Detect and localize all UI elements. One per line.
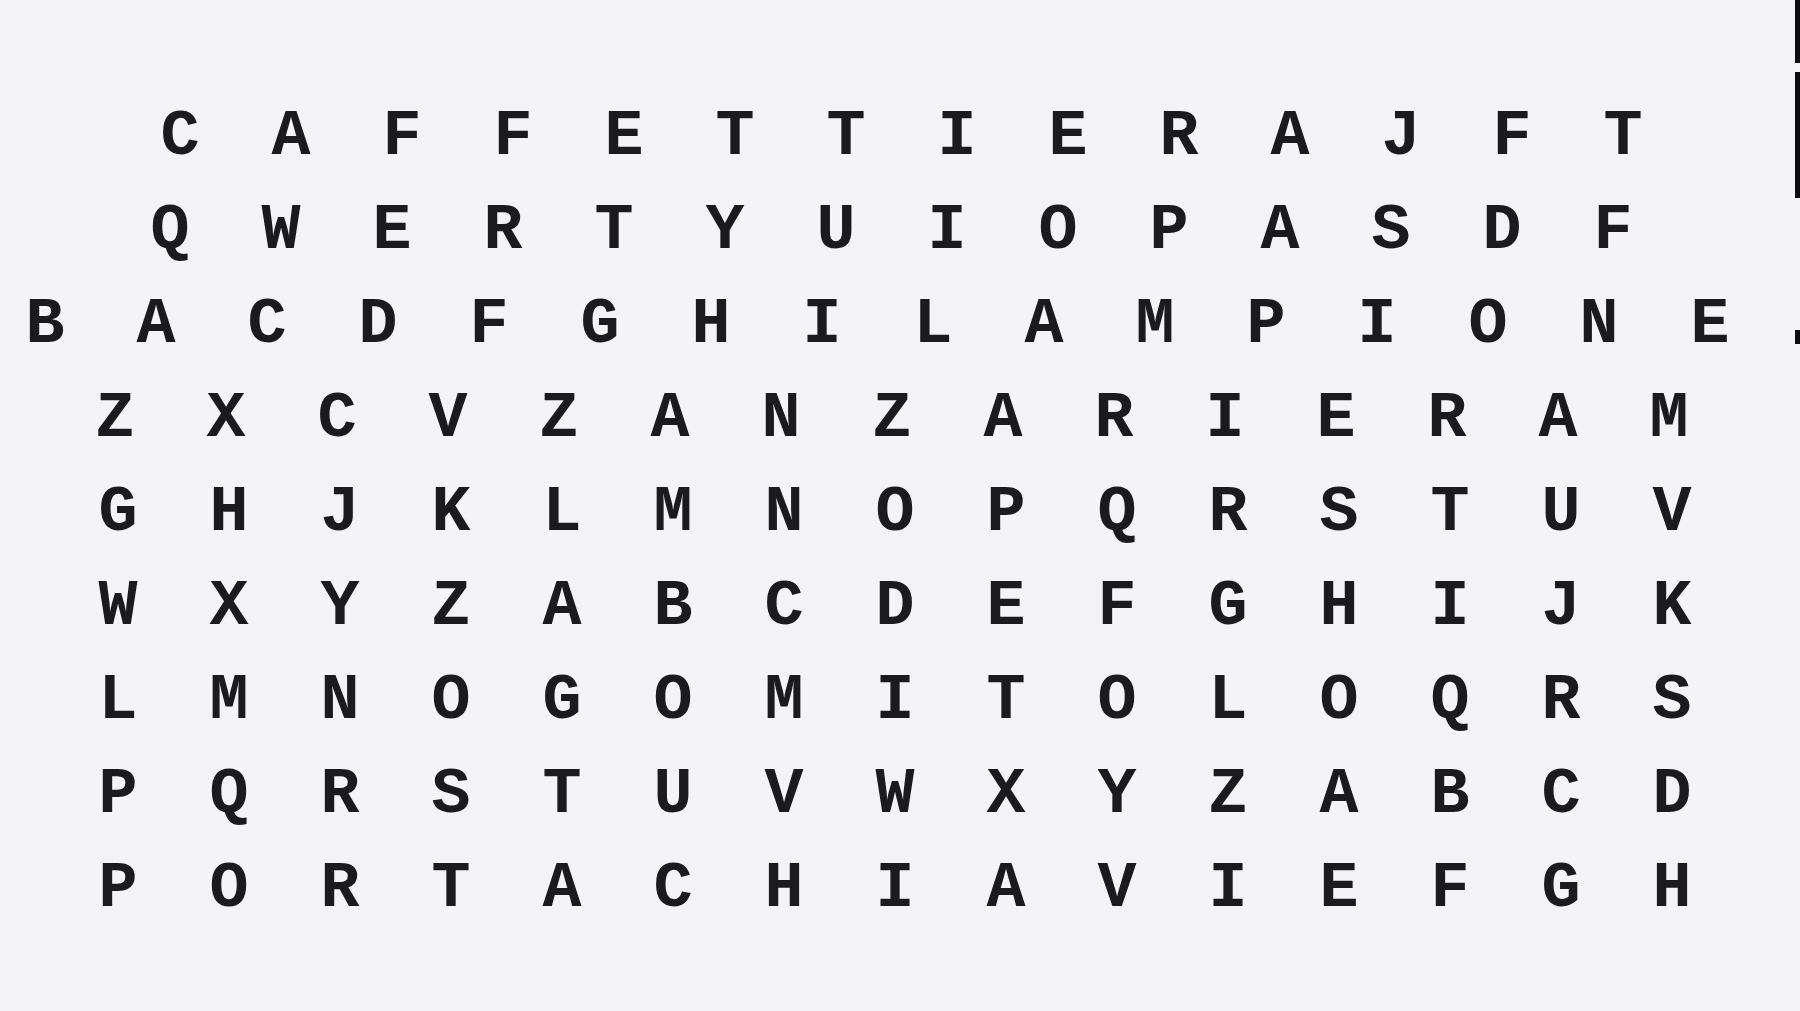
grid-cell[interactable]: Z [396,560,507,654]
grid-cell[interactable]: O [1003,184,1114,278]
grid-cell[interactable]: C [1506,748,1617,842]
grid-cell[interactable]: A [1503,372,1614,466]
vertical-scrollbar[interactable] [1794,0,1800,1011]
grid-cell[interactable]: W [63,560,174,654]
grid-cell[interactable]: I [840,842,951,936]
grid-cell[interactable]: A [236,90,347,184]
grid-cell[interactable]: P [951,466,1062,560]
grid-cell[interactable]: I [767,278,878,372]
grid-cell[interactable]: R [1173,466,1284,560]
grid-cell[interactable]: S [1617,654,1728,748]
grid-cell[interactable]: A [615,372,726,466]
grid-cell[interactable]: L [878,278,989,372]
grid-cell[interactable]: A [989,278,1100,372]
grid-cell[interactable]: O [1284,654,1395,748]
grid-cell[interactable]: O [174,842,285,936]
grid-cell[interactable]: L [63,654,174,748]
grid-cell[interactable]: H [1617,842,1728,936]
grid-cell[interactable]: M [1614,372,1725,466]
grid-cell[interactable]: A [948,372,1059,466]
grid-cell[interactable]: Q [1395,654,1506,748]
grid-cell[interactable]: E [1013,90,1124,184]
grid-cell[interactable]: O [618,654,729,748]
grid-cell[interactable]: C [212,278,323,372]
grid-cell[interactable]: N [726,372,837,466]
grid-cell[interactable]: X [951,748,1062,842]
grid-cell[interactable]: S [1284,466,1395,560]
grid-cell[interactable]: T [507,748,618,842]
grid-cell[interactable]: I [1395,560,1506,654]
grid-cell[interactable]: F [1395,842,1506,936]
grid-row: PQRSTUVWXYZABCD [63,748,1728,842]
grid-cell[interactable]: D [1617,748,1728,842]
scrollbar-thumb[interactable] [1795,72,1800,198]
grid-cell[interactable]: Q [115,184,226,278]
grid-cell[interactable]: B [618,560,729,654]
grid-cell[interactable]: G [545,278,656,372]
grid-cell[interactable]: A [1284,748,1395,842]
grid-cell[interactable]: H [1284,560,1395,654]
grid-cell[interactable]: Y [670,184,781,278]
grid-cell[interactable]: L [1173,654,1284,748]
grid-cell[interactable]: F [1457,90,1568,184]
grid-cell[interactable]: E [569,90,680,184]
grid-cell[interactable]: C [618,842,729,936]
grid-cell[interactable]: Y [1062,748,1173,842]
grid-cell[interactable]: V [393,372,504,466]
grid-cell[interactable]: W [840,748,951,842]
grid-cell[interactable]: D [840,560,951,654]
grid-cell[interactable]: O [1433,278,1544,372]
grid-cell[interactable]: Z [60,372,171,466]
grid-row: LMNOGOMITOLOQRS [63,654,1728,748]
grid-cell[interactable]: F [1558,184,1669,278]
grid-cell[interactable]: S [396,748,507,842]
grid-cell[interactable]: I [840,654,951,748]
grid-cell[interactable]: P [63,842,174,936]
grid-cell[interactable]: X [171,372,282,466]
grid-cell[interactable]: T [559,184,670,278]
grid-cell[interactable]: G [63,466,174,560]
grid-cell[interactable]: C [125,90,236,184]
grid-row: WXYZABCDEFGHIJK [63,560,1728,654]
grid-row: QWERTYUIOPASDF [115,184,1669,278]
grid-cell[interactable]: G [1173,560,1284,654]
grid-cell[interactable]: V [1062,842,1173,936]
grid-cell[interactable]: I [892,184,1003,278]
grid-cell[interactable]: E [1655,278,1766,372]
grid-cell[interactable]: D [1447,184,1558,278]
grid-cell[interactable]: A [101,278,212,372]
grid-cell[interactable]: K [396,466,507,560]
grid-cell[interactable]: O [840,466,951,560]
grid-cell[interactable]: H [174,466,285,560]
grid-cell[interactable]: A [951,842,1062,936]
grid-cell[interactable]: R [1506,654,1617,748]
grid-cell[interactable]: G [507,654,618,748]
grid-cell[interactable]: C [729,560,840,654]
grid-cell[interactable]: Z [837,372,948,466]
grid-cell[interactable]: U [1506,466,1617,560]
grid-cell[interactable]: F [1062,560,1173,654]
grid-cell[interactable]: B [0,278,101,372]
grid-cell[interactable]: D [323,278,434,372]
grid-cell[interactable]: V [1617,466,1728,560]
scrollbar-thumb[interactable] [1795,0,1800,63]
grid-cell[interactable]: R [285,842,396,936]
grid-row: GHJKLMNOPQRSTUV [63,466,1728,560]
grid-cell[interactable]: A [1235,90,1346,184]
grid-cell[interactable]: W [226,184,337,278]
grid-cell[interactable]: N [1544,278,1655,372]
grid-cell[interactable]: B [1395,748,1506,842]
grid-cell[interactable]: E [1281,372,1392,466]
grid-cell[interactable]: R [1392,372,1503,466]
grid-cell[interactable]: Q [174,748,285,842]
scrollbar-thumb[interactable] [1795,330,1800,344]
grid-cell[interactable]: I [1170,372,1281,466]
grid-row: BACDFGHILAMPIONE [0,278,1766,372]
grid-cell[interactable]: P [63,748,174,842]
grid-cell[interactable]: X [174,560,285,654]
grid-cell[interactable]: Z [504,372,615,466]
grid-cell[interactable]: T [1395,466,1506,560]
grid-cell[interactable]: Z [1173,748,1284,842]
grid-cell[interactable]: T [680,90,791,184]
grid-cell[interactable]: I [1173,842,1284,936]
grid-cell[interactable]: E [951,560,1062,654]
grid-cell[interactable]: M [1100,278,1211,372]
grid-cell[interactable]: S [1336,184,1447,278]
grid-cell[interactable]: L [507,466,618,560]
grid-cell[interactable]: G [1506,842,1617,936]
grid-cell[interactable]: A [507,842,618,936]
grid-cell[interactable]: O [1062,654,1173,748]
grid-cell[interactable]: O [396,654,507,748]
word-search-board: CAFFETTIERAJFTQWERTYUIOPASDFBACDFGHILAMP… [0,0,1800,1011]
grid-cell[interactable]: C [282,372,393,466]
grid-cell[interactable]: E [337,184,448,278]
grid-cell[interactable]: M [729,654,840,748]
grid-cell[interactable]: J [1506,560,1617,654]
grid-row: CAFFETTIERAJFT [125,90,1679,184]
grid-cell[interactable]: V [729,748,840,842]
grid-cell[interactable]: T [396,842,507,936]
grid-cell[interactable]: K [1617,560,1728,654]
grid-cell[interactable]: R [1059,372,1170,466]
grid-cell[interactable]: H [729,842,840,936]
grid-cell[interactable]: E [1284,842,1395,936]
grid-cell[interactable]: T [791,90,902,184]
grid-cell[interactable]: R [448,184,559,278]
grid-cell[interactable]: A [507,560,618,654]
grid-cell[interactable]: H [656,278,767,372]
grid-cell[interactable]: R [285,748,396,842]
grid-cell[interactable]: F [458,90,569,184]
grid-cell[interactable]: Q [1062,466,1173,560]
grid-cell[interactable]: J [1346,90,1457,184]
grid-cell[interactable]: N [729,466,840,560]
grid-cell[interactable]: F [347,90,458,184]
grid-cell[interactable]: R [1124,90,1235,184]
grid-cell[interactable]: T [1568,90,1679,184]
grid-cell[interactable]: T [951,654,1062,748]
grid-cell[interactable]: M [174,654,285,748]
grid-cell[interactable]: P [1114,184,1225,278]
grid-row: PORTACHIAVIEFGH [63,842,1728,936]
grid-cell[interactable]: U [618,748,729,842]
grid-cell[interactable]: A [1225,184,1336,278]
grid-cell[interactable]: U [781,184,892,278]
grid-cell[interactable]: N [285,654,396,748]
grid-cell[interactable]: I [1322,278,1433,372]
grid-cell[interactable]: J [285,466,396,560]
grid-cell[interactable]: I [902,90,1013,184]
grid-cell[interactable]: Y [285,560,396,654]
grid-cell[interactable]: M [618,466,729,560]
grid-row: ZXCVZANZARIERAM [60,372,1725,466]
grid-cell[interactable]: P [1211,278,1322,372]
grid-cell[interactable]: F [434,278,545,372]
